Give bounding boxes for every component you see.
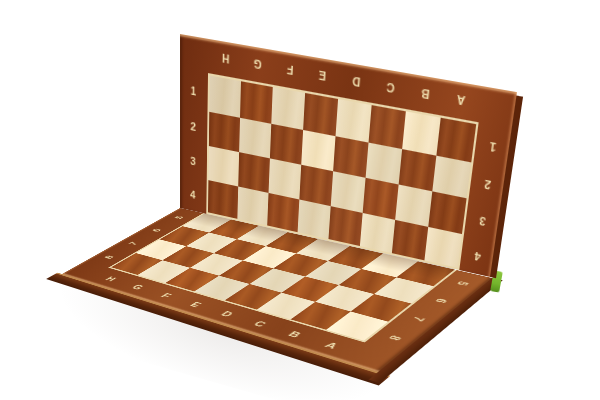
square-d4	[328, 206, 362, 246]
square-g1	[240, 81, 273, 123]
photo-canvas: HGFEDCBA 5678 5678 HGFEDCBA 1234 1234	[0, 0, 600, 400]
square-b4	[392, 219, 428, 260]
square-e1	[303, 93, 338, 136]
square-f1	[271, 87, 305, 129]
square-h4	[208, 180, 238, 219]
square-b1	[402, 111, 441, 155]
square-f4	[267, 192, 299, 232]
square-e4	[298, 199, 331, 239]
square-h1	[209, 76, 241, 118]
square-a4	[424, 226, 462, 267]
square-c4	[360, 212, 395, 253]
square-g4	[237, 186, 268, 225]
square-c1	[369, 105, 406, 148]
square-d1	[336, 99, 372, 142]
square-a1	[436, 118, 476, 162]
